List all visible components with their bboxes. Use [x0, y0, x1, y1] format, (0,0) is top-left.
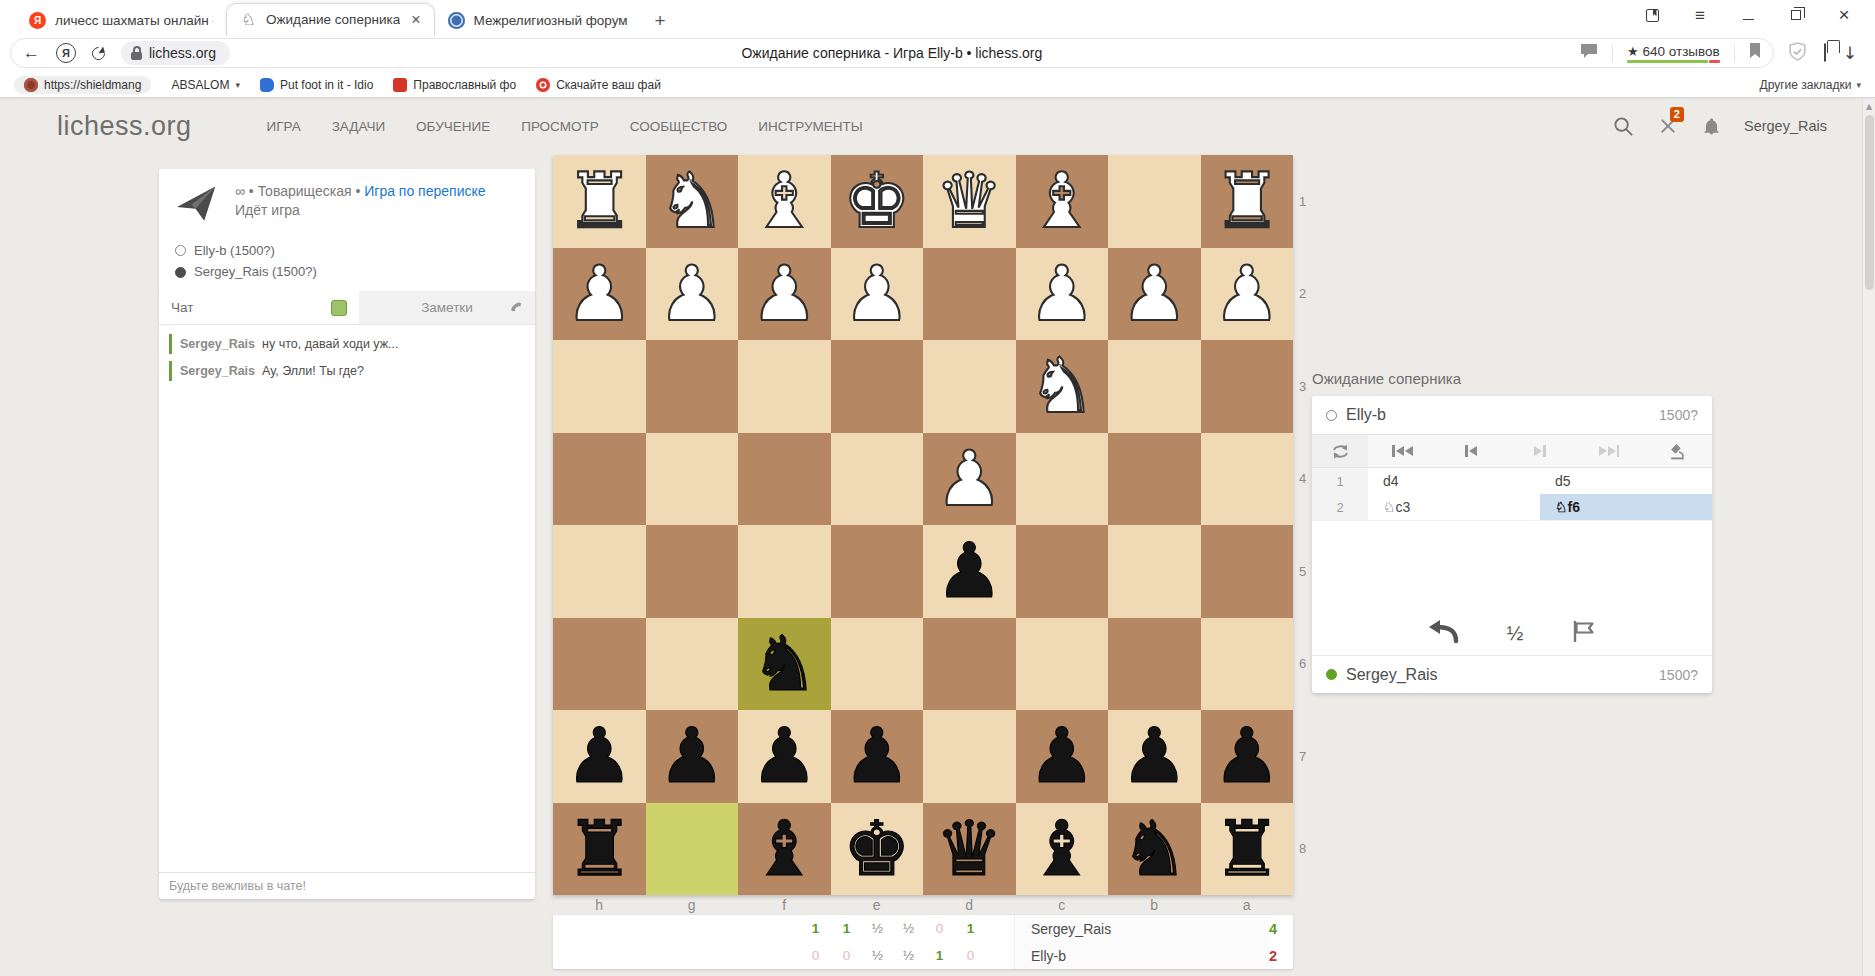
- move-black[interactable]: ♘f6: [1540, 494, 1712, 520]
- bookmark-item[interactable]: Скачайте ваш фай: [536, 78, 661, 92]
- square-d1[interactable]: ♛: [923, 155, 1016, 248]
- rank-label: 8: [1299, 803, 1315, 896]
- file-label: g: [646, 897, 739, 913]
- square-c6[interactable]: [1016, 618, 1109, 711]
- bookmark-item[interactable]: Put foot in it - Idio: [260, 78, 373, 92]
- lichess-favicon: ♘: [240, 11, 257, 28]
- chevron-down-icon: ▾: [1856, 80, 1861, 90]
- white-pawn: ♟: [738, 248, 831, 341]
- square-e5[interactable]: [831, 525, 924, 618]
- white-bishop: ♝: [738, 155, 831, 248]
- move-row: 1d4d5: [1312, 468, 1712, 494]
- opponent-name[interactable]: Elly-b: [1346, 406, 1386, 424]
- new-tab-button[interactable]: +: [641, 10, 680, 36]
- yandex-favicon: Я: [29, 12, 46, 29]
- opponent-row: Elly-b 1500?: [1312, 396, 1712, 434]
- white-queen: ♛: [923, 155, 1016, 248]
- square-c4[interactable]: [1016, 433, 1109, 526]
- black-pawn: ♟: [1108, 710, 1201, 803]
- url-domain: lichess.org: [149, 45, 216, 61]
- close-window-icon[interactable]: ×: [1835, 7, 1853, 23]
- bookmark-label: Православный фо: [413, 78, 516, 92]
- omnibox[interactable]: ← Я lichess.org Ожидание соперника - Игр…: [10, 38, 1774, 68]
- browser-chrome: Яличесс шахматы онлайн –♘Ожидание соперн…: [0, 0, 1875, 98]
- score-cell: 0: [924, 921, 955, 936]
- tab-strip: Яличесс шахматы онлайн –♘Ожидание соперн…: [16, 3, 641, 36]
- move-toolbar: [1312, 434, 1712, 468]
- square-a5[interactable]: [1201, 525, 1294, 618]
- black-pawn: ♟: [1201, 710, 1294, 803]
- crosstable-player-name: Sergey_Rais: [1014, 915, 1269, 942]
- square-g1[interactable]: ♞: [646, 155, 739, 248]
- bookmark-item[interactable]: ABSALOM▾: [171, 78, 240, 92]
- chat-message: Sergey_RaisАу, Элли! Ты где?: [169, 361, 525, 381]
- square-h5[interactable]: [553, 525, 646, 618]
- move-white[interactable]: ♘c3: [1368, 494, 1540, 520]
- black-rook: ♜: [1201, 803, 1294, 896]
- prev-move-icon[interactable]: [1437, 435, 1506, 467]
- square-f2[interactable]: ♟: [738, 248, 831, 341]
- square-a2[interactable]: ♟: [1201, 248, 1294, 341]
- phone-icon[interactable]: [509, 300, 526, 320]
- game-meta-box: ∞ • Товарищеская • Игра по переписке Идё…: [159, 169, 535, 295]
- white-rook: ♜: [553, 155, 646, 248]
- square-d2[interactable]: [923, 248, 1016, 341]
- site-logo[interactable]: lichess.org: [57, 111, 192, 142]
- tabs-sync-icon[interactable]: [1824, 44, 1826, 62]
- square-h1[interactable]: ♜: [553, 155, 646, 248]
- square-a1[interactable]: ♜: [1201, 155, 1294, 248]
- offer-draw-button[interactable]: ½: [1507, 622, 1524, 645]
- black-player-line: Sergey_Rais (1500?): [175, 261, 519, 282]
- square-b5[interactable]: [1108, 525, 1201, 618]
- notifications-bell-icon[interactable]: [1700, 114, 1724, 138]
- chat-author: Sergey_Rais: [180, 364, 255, 378]
- logged-in-username[interactable]: Sergey_Rais: [1744, 118, 1827, 134]
- nav-item[interactable]: ПРОСМОТР: [521, 119, 599, 134]
- red-logo-favicon: [393, 78, 407, 92]
- next-move-icon[interactable]: [1506, 435, 1575, 467]
- circle-brown-favicon: [24, 78, 38, 92]
- game-status: Идёт игра: [235, 202, 486, 218]
- white-pawn: ♟: [1201, 248, 1294, 341]
- square-a8[interactable]: ♜: [1201, 803, 1294, 896]
- score-cell: ½: [862, 921, 893, 936]
- square-e6[interactable]: [831, 618, 924, 711]
- file-label: f: [738, 897, 831, 913]
- black-disc-icon: [175, 267, 186, 278]
- score-cell: 1: [924, 948, 955, 963]
- black-pawn: ♟: [738, 710, 831, 803]
- square-e3[interactable]: [831, 340, 924, 433]
- square-h8[interactable]: ♜: [553, 803, 646, 896]
- white-bishop: ♝: [1016, 155, 1109, 248]
- player-name[interactable]: Sergey_Rais: [1346, 666, 1438, 684]
- omnibox-page-title: Ожидание соперника - Игра Elly-b • liche…: [741, 45, 1042, 61]
- nav-item[interactable]: ОБУЧЕНИЕ: [416, 119, 490, 134]
- scrollbar-thumb[interactable]: [1865, 115, 1874, 290]
- lichess-page: lichess.org ИГРАЗАДАЧИОБУЧЕНИЕПРОСМОТРСО…: [0, 98, 1875, 976]
- last-move-icon[interactable]: [1574, 435, 1643, 467]
- game-side-box: Elly-b 1500? 1d4d52♘c3♘f6 ½: [1312, 396, 1712, 693]
- file-label: h: [553, 897, 646, 913]
- protect-shield-icon[interactable]: [1788, 42, 1807, 65]
- white-pawn: ♟: [553, 248, 646, 341]
- square-f8[interactable]: ♝: [738, 803, 831, 896]
- chat-box: Чат Заметки Sergey_Raisну что, давай ход…: [159, 291, 535, 899]
- move-number: 2: [1312, 494, 1368, 520]
- square-g8[interactable]: [646, 803, 739, 896]
- minimize-icon[interactable]: [1739, 7, 1757, 23]
- square-g4[interactable]: [646, 433, 739, 526]
- black-pawn: ♟: [646, 710, 739, 803]
- square-a7[interactable]: ♟: [1201, 710, 1294, 803]
- move-list: 1d4d52♘c3♘f6: [1312, 468, 1712, 521]
- nav-item[interactable]: ИНСТРУМЕНТЫ: [758, 119, 862, 134]
- crosstable-total: 4: [1269, 921, 1293, 937]
- correspondence-paper-plane-icon: [175, 183, 219, 228]
- square-h7[interactable]: ♟: [553, 710, 646, 803]
- side-panel-icon[interactable]: [1643, 7, 1661, 23]
- file-label: b: [1108, 897, 1201, 913]
- square-b3[interactable]: [1108, 340, 1201, 433]
- square-b8[interactable]: ♞: [1108, 803, 1201, 896]
- site-nav: ИГРАЗАДАЧИОБУЧЕНИЕПРОСМОТРСООБЩЕСТВОИНСТ…: [267, 119, 863, 134]
- black-pawn: ♟: [831, 710, 924, 803]
- white-player-line: Elly-b (1500?): [175, 240, 519, 261]
- square-d8[interactable]: ♛: [923, 803, 1016, 896]
- score-cell: 1: [955, 921, 986, 936]
- reload-icon[interactable]: [92, 47, 105, 60]
- file-label: d: [923, 897, 1016, 913]
- square-g7[interactable]: ♟: [646, 710, 739, 803]
- bookmark-item[interactable]: Православный фо: [393, 78, 516, 92]
- square-e2[interactable]: ♟: [831, 248, 924, 341]
- tab-title: Межрелигиозный форум: [474, 13, 628, 28]
- square-e8[interactable]: ♚: [831, 803, 924, 896]
- square-c2[interactable]: ♟: [1016, 248, 1109, 341]
- move-number: 1: [1312, 468, 1368, 494]
- flip-board-icon[interactable]: [1312, 435, 1368, 467]
- tab-chat[interactable]: Чат: [159, 291, 359, 324]
- square-b7[interactable]: ♟: [1108, 710, 1201, 803]
- score-cell: 0: [955, 948, 986, 963]
- window-controls: ≡ ×: [1643, 7, 1875, 29]
- black-bishop: ♝: [1016, 803, 1109, 896]
- score-cell: ½: [862, 948, 893, 963]
- url-row: ← Я lichess.org Ожидание соперника - Игр…: [0, 36, 1875, 72]
- opponent-rating: 1500?: [1659, 407, 1698, 423]
- chat-text: ну что, давай ходи уж...: [262, 337, 398, 351]
- square-d5[interactable]: ♟: [923, 525, 1016, 618]
- challenges-icon[interactable]: 2: [1656, 114, 1680, 138]
- square-b6[interactable]: [1108, 618, 1201, 711]
- score-cell: ½: [893, 948, 924, 963]
- game-actions: ½: [1312, 611, 1712, 655]
- search-icon[interactable]: [1612, 114, 1636, 138]
- square-f1[interactable]: ♝: [738, 155, 831, 248]
- nav-item[interactable]: ИГРА: [267, 119, 301, 134]
- crosstable: 11½½01Sergey_Rais400½½10Elly-b2: [553, 915, 1293, 969]
- square-c7[interactable]: ♟: [1016, 710, 1109, 803]
- square-c3[interactable]: ♞: [1016, 340, 1109, 433]
- move-white[interactable]: d4: [1368, 468, 1540, 494]
- square-c5[interactable]: [1016, 525, 1109, 618]
- square-f7[interactable]: ♟: [738, 710, 831, 803]
- player-rating: 1500?: [1659, 667, 1698, 683]
- square-d6[interactable]: [923, 618, 1016, 711]
- bookmark-item[interactable]: https://shieldmang: [14, 76, 151, 94]
- square-c8[interactable]: ♝: [1016, 803, 1109, 896]
- black-bishop: ♝: [738, 803, 831, 896]
- white-pawn: ♟: [646, 248, 739, 341]
- bookmark-label: ABSALOM: [171, 78, 229, 92]
- file-label: c: [1016, 897, 1109, 913]
- rank-label: 2: [1299, 248, 1315, 341]
- page-scrollbar[interactable]: ▲: [1862, 98, 1875, 976]
- square-b1[interactable]: [1108, 155, 1201, 248]
- score-cell: 0: [831, 948, 862, 963]
- square-g2[interactable]: ♟: [646, 248, 739, 341]
- score-cell: ½: [893, 921, 924, 936]
- square-c1[interactable]: ♝: [1016, 155, 1109, 248]
- square-d7[interactable]: [923, 710, 1016, 803]
- first-move-icon[interactable]: [1368, 435, 1437, 467]
- chat-messages: Sergey_Raisну что, давай ходи уж...Serge…: [159, 325, 535, 872]
- crosstable-row: 11½½01Sergey_Rais4: [553, 915, 1293, 942]
- chat-text: Ау, Элли! Ты где?: [262, 364, 364, 378]
- bookmarks-bar: https://shieldmangABSALOM▾Put foot in it…: [0, 72, 1875, 98]
- restore-icon[interactable]: [1787, 7, 1805, 23]
- tab-title: Ожидание соперника: [266, 12, 400, 27]
- file-label: e: [831, 897, 924, 913]
- tab-close-icon[interactable]: ×: [411, 12, 420, 28]
- black-king: ♚: [831, 803, 924, 896]
- square-g3[interactable]: [646, 340, 739, 433]
- chat-input[interactable]: Будьте вежливы в чате!: [159, 872, 535, 899]
- white-disc-icon: [175, 245, 186, 256]
- browser-tab[interactable]: ♘Ожидание соперника×: [226, 3, 435, 36]
- back-icon[interactable]: ←: [23, 43, 40, 63]
- black-pawn: ♟: [923, 525, 1016, 618]
- white-pawn: ♟: [831, 248, 924, 341]
- white-knight: ♞: [646, 155, 739, 248]
- bookmark-page-icon[interactable]: [1749, 43, 1761, 63]
- resign-flag-icon[interactable]: [1571, 620, 1597, 647]
- tab-bar: Яличесс шахматы онлайн –♘Ожидание соперн…: [0, 0, 1875, 36]
- score-cell: 1: [831, 921, 862, 936]
- square-e1[interactable]: ♚: [831, 155, 924, 248]
- bookmark-label: Скачайте ваш фай: [556, 78, 661, 92]
- chess-board: ♜♞♝♚♛♝♜♟♟♟♟♟♟♟♞♟♟♞♟♟♟♟♟♟♟♜♝♚♛♝♞♜: [553, 155, 1293, 895]
- file-labels: hgfedcba: [553, 897, 1293, 913]
- waiting-for-opponent-label: Ожидание соперника: [1312, 370, 1461, 387]
- white-pawn: ♟: [1108, 248, 1201, 341]
- square-f4[interactable]: [738, 433, 831, 526]
- red-circle-favicon: [536, 78, 550, 92]
- score-cell: 1: [800, 921, 831, 936]
- rank-label: 7: [1299, 710, 1315, 803]
- star-icon: ★: [1627, 44, 1639, 59]
- chat-author: Sergey_Rais: [180, 337, 255, 351]
- square-e4[interactable]: [831, 433, 924, 526]
- browser-tab[interactable]: Яличесс шахматы онлайн –: [16, 5, 226, 36]
- square-b2[interactable]: ♟: [1108, 248, 1201, 341]
- correspondence-link[interactable]: Игра по переписке: [364, 183, 485, 199]
- site-header: lichess.org ИГРАЗАДАЧИОБУЧЕНИЕПРОСМОТРСО…: [0, 98, 1875, 154]
- rank-label: 1: [1299, 155, 1315, 248]
- black-queen: ♛: [923, 803, 1016, 896]
- square-h3[interactable]: [553, 340, 646, 433]
- tab-notes[interactable]: Заметки: [359, 291, 535, 324]
- scrollbar-up-icon[interactable]: ▲: [1863, 98, 1875, 111]
- square-h4[interactable]: [553, 433, 646, 526]
- white-king: ♚: [831, 155, 924, 248]
- crosstable-scores: 00½½10: [800, 948, 986, 963]
- black-knight: ♞: [738, 618, 831, 711]
- lock-icon: [131, 46, 142, 60]
- yandex-home-icon[interactable]: Я: [56, 43, 76, 63]
- white-disc-icon: [1326, 410, 1337, 421]
- blue-bird-favicon: [260, 78, 274, 92]
- move-black[interactable]: d5: [1540, 468, 1712, 494]
- square-d4[interactable]: ♟: [923, 433, 1016, 526]
- tab-title: личесс шахматы онлайн –: [55, 13, 213, 28]
- black-pawn: ♟: [553, 710, 646, 803]
- square-h6[interactable]: [553, 618, 646, 711]
- chat-toggle[interactable]: [331, 300, 347, 316]
- takeback-icon[interactable]: [1427, 619, 1459, 648]
- square-a4[interactable]: [1201, 433, 1294, 526]
- analysis-board-icon[interactable]: [1643, 435, 1712, 467]
- black-knight: ♞: [1108, 803, 1201, 896]
- bookmark-label: Put foot in it - Idio: [280, 78, 373, 92]
- game-type-line: ∞ • Товарищеская • Игра по переписке: [235, 183, 486, 199]
- square-b4[interactable]: [1108, 433, 1201, 526]
- globe-favicon: [448, 12, 465, 29]
- downloads-icon[interactable]: ↓: [1843, 43, 1857, 63]
- crosstable-total: 2: [1269, 948, 1293, 964]
- square-f6[interactable]: ♞: [738, 618, 831, 711]
- move-row: 2♘c3♘f6: [1312, 494, 1712, 520]
- square-h2[interactable]: ♟: [553, 248, 646, 341]
- square-a6[interactable]: [1201, 618, 1294, 711]
- square-f3[interactable]: [738, 340, 831, 433]
- other-bookmarks[interactable]: Другие закладки▾: [1760, 78, 1861, 92]
- bookmark-label: https://shieldmang: [44, 78, 141, 92]
- white-rook: ♜: [1201, 155, 1294, 248]
- crosstable-scores: 11½½01: [800, 921, 986, 936]
- white-pawn: ♟: [923, 433, 1016, 526]
- browser-menu-icon[interactable]: ≡: [1691, 7, 1709, 23]
- black-pawn: ♟: [1016, 710, 1109, 803]
- chat-message: Sergey_Raisну что, давай ходи уж...: [169, 334, 525, 354]
- crosstable-player-name: Elly-b: [1014, 942, 1269, 969]
- square-a3[interactable]: [1201, 340, 1294, 433]
- file-label: a: [1201, 897, 1294, 913]
- player-row: Sergey_Rais 1500?: [1312, 655, 1712, 693]
- crosstable-row: 00½½10Elly-b2: [553, 942, 1293, 969]
- score-cell: 0: [800, 948, 831, 963]
- online-dot-icon: [1326, 669, 1337, 680]
- square-g5[interactable]: [646, 525, 739, 618]
- nav-item[interactable]: ЗАДАЧИ: [332, 119, 385, 134]
- comment-icon[interactable]: [1580, 43, 1598, 63]
- nav-item[interactable]: СООБЩЕСТВО: [630, 119, 728, 134]
- white-pawn: ♟: [1016, 248, 1109, 341]
- black-rook: ♜: [553, 803, 646, 896]
- white-knight: ♞: [1016, 340, 1109, 433]
- square-f5[interactable]: [738, 525, 831, 618]
- square-d3[interactable]: [923, 340, 1016, 433]
- challenge-badge: 2: [1670, 107, 1684, 122]
- url-domain-pill[interactable]: lichess.org: [121, 41, 230, 65]
- square-e7[interactable]: ♟: [831, 710, 924, 803]
- chevron-down-icon: ▾: [235, 80, 240, 90]
- browser-tab[interactable]: Межрелигиозный форум: [435, 5, 641, 36]
- square-g6[interactable]: [646, 618, 739, 711]
- site-reviews[interactable]: ★ 640 отзывов: [1627, 44, 1720, 63]
